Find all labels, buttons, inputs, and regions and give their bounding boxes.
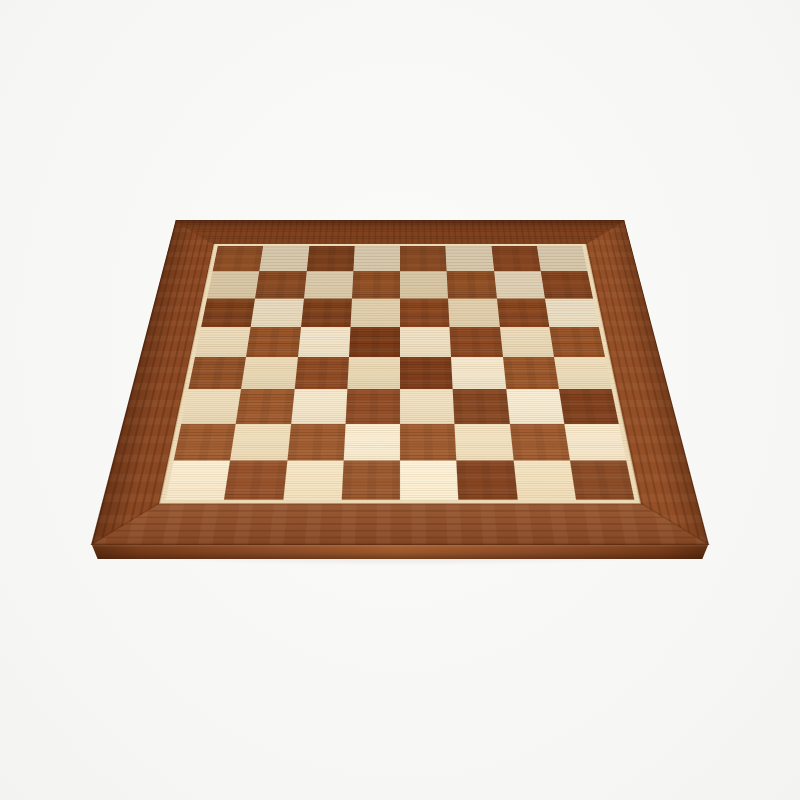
square-r6c2 xyxy=(287,424,345,461)
square-r5c6 xyxy=(506,389,564,423)
square-r3c6 xyxy=(499,327,553,357)
square-r5c7 xyxy=(559,389,619,423)
square-r3c0 xyxy=(195,327,251,357)
square-r0c3 xyxy=(353,246,400,271)
square-r4c1 xyxy=(241,357,297,389)
square-r0c5 xyxy=(446,246,494,271)
square-r4c6 xyxy=(503,357,559,389)
square-r0c6 xyxy=(491,246,540,271)
square-r7c6 xyxy=(513,460,576,499)
square-r3c2 xyxy=(298,327,351,357)
square-r7c7 xyxy=(570,460,635,499)
square-r3c5 xyxy=(450,327,503,357)
square-r2c0 xyxy=(201,298,255,326)
square-r5c3 xyxy=(345,389,400,423)
square-r4c2 xyxy=(294,357,349,389)
square-r6c1 xyxy=(230,424,290,461)
square-r5c5 xyxy=(453,389,509,423)
square-r0c1 xyxy=(259,246,308,271)
square-r6c6 xyxy=(509,424,569,461)
product-photo-scene xyxy=(0,0,800,800)
square-r2c6 xyxy=(496,298,549,326)
square-r5c0 xyxy=(181,389,241,423)
square-r5c2 xyxy=(291,389,347,423)
square-r1c3 xyxy=(352,271,400,298)
square-r6c5 xyxy=(455,424,513,461)
square-r3c4 xyxy=(400,327,451,357)
square-r0c7 xyxy=(537,246,588,271)
square-r5c4 xyxy=(400,389,455,423)
square-r1c2 xyxy=(304,271,354,298)
square-r6c0 xyxy=(174,424,236,461)
chess-board xyxy=(91,220,709,545)
square-r3c7 xyxy=(549,327,605,357)
square-r6c4 xyxy=(400,424,457,461)
square-r4c3 xyxy=(347,357,400,389)
checkerboard-field xyxy=(166,246,635,500)
square-r1c5 xyxy=(447,271,497,298)
square-r4c0 xyxy=(188,357,246,389)
square-r2c3 xyxy=(350,298,400,326)
square-r3c1 xyxy=(246,327,300,357)
frame-rail-far xyxy=(170,220,631,243)
square-r7c2 xyxy=(283,460,344,499)
square-r7c4 xyxy=(400,460,459,499)
square-r7c5 xyxy=(457,460,518,499)
square-r0c2 xyxy=(306,246,354,271)
square-r0c0 xyxy=(213,246,264,271)
square-r2c1 xyxy=(251,298,304,326)
square-r7c0 xyxy=(166,460,231,499)
square-r7c1 xyxy=(224,460,287,499)
square-r0c4 xyxy=(400,246,447,271)
square-r4c7 xyxy=(554,357,612,389)
square-r2c5 xyxy=(448,298,499,326)
square-r3c3 xyxy=(349,327,400,357)
square-r6c7 xyxy=(564,424,626,461)
square-r1c0 xyxy=(207,271,259,298)
frame-rail-near xyxy=(91,504,709,545)
square-r1c1 xyxy=(255,271,306,298)
square-r5c1 xyxy=(236,389,294,423)
square-r1c4 xyxy=(400,271,448,298)
square-r7c3 xyxy=(341,460,400,499)
square-r6c3 xyxy=(343,424,400,461)
square-r1c7 xyxy=(541,271,593,298)
board-front-bevel-edge xyxy=(89,544,711,559)
square-r2c7 xyxy=(545,298,599,326)
square-r1c6 xyxy=(494,271,545,298)
square-r2c4 xyxy=(400,298,450,326)
square-r4c5 xyxy=(451,357,506,389)
square-r4c4 xyxy=(400,357,453,389)
square-r2c2 xyxy=(301,298,352,326)
